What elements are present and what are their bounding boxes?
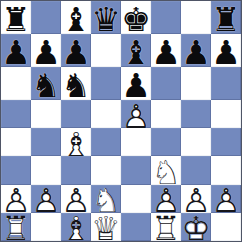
square-h4[interactable] [211, 128, 241, 156]
square-c3[interactable] [61, 156, 91, 184]
black-bishop[interactable]: ♝ [61, 3, 91, 36]
white-pawn[interactable]: ♟♙ [31, 185, 61, 213]
square-a5[interactable] [1, 100, 31, 128]
white-bishop[interactable]: ♝♗ [61, 213, 91, 241]
square-f6[interactable] [151, 67, 181, 100]
square-d2[interactable]: ♞♘ [91, 185, 121, 213]
black-pawn[interactable]: ♟ [181, 36, 211, 69]
white-pawn[interactable]: ♟♙ [121, 100, 151, 128]
black-king[interactable]: ♚ [121, 3, 151, 36]
square-a2[interactable]: ♟♙ [1, 185, 31, 213]
square-d5[interactable] [91, 100, 121, 128]
piece-outline-layer: ♗ [61, 215, 91, 242]
square-c4[interactable]: ♝♗ [61, 128, 91, 156]
white-knight[interactable]: ♞♘ [151, 156, 181, 184]
square-e7[interactable]: ♝ [121, 34, 151, 67]
square-f3[interactable]: ♞♘ [151, 156, 181, 184]
square-e1[interactable] [121, 213, 151, 241]
piece-outline-layer: ♙ [121, 102, 151, 130]
white-pawn[interactable]: ♟♙ [181, 185, 211, 213]
white-bishop[interactable]: ♝♗ [61, 128, 91, 156]
square-h8[interactable]: ♜ [211, 1, 241, 34]
square-e2[interactable] [121, 185, 151, 213]
square-b4[interactable] [31, 128, 61, 156]
black-pawn[interactable]: ♟ [151, 36, 181, 69]
black-queen[interactable]: ♛ [91, 3, 121, 36]
chess-board: ♜♝♛♚♜♟♟♟♝♟♟♟♞♞♟♟♙♝♗♞♘♟♙♟♙♟♙♞♘♟♙♟♙♟♙♜♖♝♗♛… [0, 0, 242, 242]
black-rook[interactable]: ♜ [1, 3, 31, 36]
white-pawn[interactable]: ♟♙ [151, 185, 181, 213]
square-c2[interactable]: ♟♙ [61, 185, 91, 213]
square-f8[interactable] [151, 1, 181, 34]
square-f4[interactable] [151, 128, 181, 156]
white-knight[interactable]: ♞♘ [91, 185, 121, 213]
black-bishop[interactable]: ♝ [121, 36, 151, 69]
square-g1[interactable]: ♚♔ [181, 213, 211, 241]
square-f5[interactable] [151, 100, 181, 128]
white-rook[interactable]: ♜♖ [151, 213, 181, 241]
black-rook[interactable]: ♜ [211, 3, 241, 36]
square-h3[interactable] [211, 156, 241, 184]
square-c5[interactable] [61, 100, 91, 128]
square-d6[interactable] [91, 67, 121, 100]
black-pawn[interactable]: ♟ [211, 36, 241, 69]
square-h1[interactable] [211, 213, 241, 241]
piece-outline-layer: ♖ [151, 215, 181, 242]
white-king[interactable]: ♚♔ [181, 213, 211, 241]
square-b2[interactable]: ♟♙ [31, 185, 61, 213]
piece-outline-layer: ♖ [1, 215, 31, 242]
piece-outline-layer: ♙ [31, 187, 61, 215]
square-b3[interactable] [31, 156, 61, 184]
square-c1[interactable]: ♝♗ [61, 213, 91, 241]
square-f1[interactable]: ♜♖ [151, 213, 181, 241]
square-a7[interactable]: ♟ [1, 34, 31, 67]
square-b5[interactable] [31, 100, 61, 128]
square-d8[interactable]: ♛ [91, 1, 121, 34]
black-pawn[interactable]: ♟ [61, 36, 91, 69]
black-pawn[interactable]: ♟ [31, 36, 61, 69]
square-a1[interactable]: ♜♖ [1, 213, 31, 241]
square-e5[interactable]: ♟♙ [121, 100, 151, 128]
square-f7[interactable]: ♟ [151, 34, 181, 67]
white-pawn[interactable]: ♟♙ [1, 185, 31, 213]
square-e4[interactable] [121, 128, 151, 156]
square-d1[interactable]: ♛♕ [91, 213, 121, 241]
square-a4[interactable] [1, 128, 31, 156]
square-a3[interactable] [1, 156, 31, 184]
black-knight[interactable]: ♞ [61, 69, 91, 102]
square-c7[interactable]: ♟ [61, 34, 91, 67]
square-d7[interactable] [91, 34, 121, 67]
square-g2[interactable]: ♟♙ [181, 185, 211, 213]
square-d3[interactable] [91, 156, 121, 184]
square-g6[interactable] [181, 67, 211, 100]
square-h2[interactable]: ♟♙ [211, 185, 241, 213]
piece-outline-layer: ♙ [211, 187, 241, 215]
square-g4[interactable] [181, 128, 211, 156]
piece-outline-layer: ♕ [91, 215, 121, 242]
square-b1[interactable] [31, 213, 61, 241]
square-b6[interactable]: ♞ [31, 67, 61, 100]
white-pawn[interactable]: ♟♙ [61, 185, 91, 213]
square-c8[interactable]: ♝ [61, 1, 91, 34]
square-a6[interactable] [1, 67, 31, 100]
square-f2[interactable]: ♟♙ [151, 185, 181, 213]
black-pawn[interactable]: ♟ [1, 36, 31, 69]
square-b8[interactable] [31, 1, 61, 34]
square-a8[interactable]: ♜ [1, 1, 31, 34]
black-knight[interactable]: ♞ [31, 69, 61, 102]
square-h5[interactable] [211, 100, 241, 128]
square-e3[interactable] [121, 156, 151, 184]
square-h7[interactable]: ♟ [211, 34, 241, 67]
square-g5[interactable] [181, 100, 211, 128]
white-pawn[interactable]: ♟♙ [211, 185, 241, 213]
white-rook[interactable]: ♜♖ [1, 213, 31, 241]
square-d4[interactable] [91, 128, 121, 156]
square-e6[interactable]: ♟ [121, 67, 151, 100]
square-g7[interactable]: ♟ [181, 34, 211, 67]
piece-outline-layer: ♔ [181, 215, 211, 242]
square-g3[interactable] [181, 156, 211, 184]
piece-outline-layer: ♗ [61, 130, 91, 158]
square-b7[interactable]: ♟ [31, 34, 61, 67]
square-c6[interactable]: ♞ [61, 67, 91, 100]
square-h6[interactable] [211, 67, 241, 100]
white-queen[interactable]: ♛♕ [91, 213, 121, 241]
square-e8[interactable]: ♚ [121, 1, 151, 34]
square-g8[interactable] [181, 1, 211, 34]
